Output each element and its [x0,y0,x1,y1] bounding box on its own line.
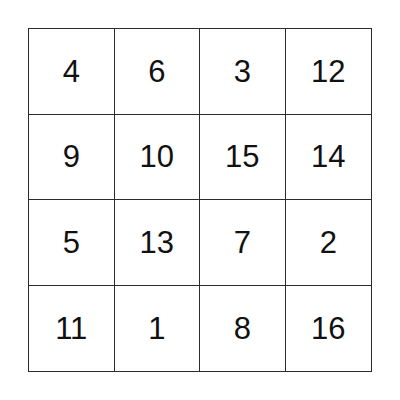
grid-cell-r4c2[interactable]: 1 [115,286,201,372]
cell-number: 12 [311,56,345,87]
cell-number: 14 [311,141,345,172]
grid-cell-r2c2[interactable]: 10 [115,115,201,201]
grid-cell-r2c4[interactable]: 14 [286,115,372,201]
cell-number: 4 [63,56,80,87]
cell-number: 10 [140,141,174,172]
cell-number: 13 [140,227,174,258]
cell-number: 2 [320,227,337,258]
grid-cell-r3c3[interactable]: 7 [200,200,286,286]
grid-cell-r4c1[interactable]: 11 [29,286,115,372]
cell-number: 1 [148,313,165,344]
cell-number: 3 [234,56,251,87]
cell-number: 16 [311,313,345,344]
grid-cell-r2c1[interactable]: 9 [29,115,115,201]
number-grid-board: 46312910151451372111816 [28,28,372,372]
grid-cell-r1c4[interactable]: 12 [286,29,372,115]
cell-number: 9 [63,141,80,172]
puzzle-page: 46312910151451372111816 [0,0,400,400]
grid-cell-r3c1[interactable]: 5 [29,200,115,286]
cell-number: 7 [234,227,251,258]
cell-number: 6 [148,56,165,87]
grid-cell-r4c3[interactable]: 8 [200,286,286,372]
grid-cell-r3c4[interactable]: 2 [286,200,372,286]
cell-number: 8 [234,313,251,344]
cell-number: 11 [55,313,87,344]
cell-number: 5 [63,227,80,258]
grid-cell-r1c2[interactable]: 6 [115,29,201,115]
grid-cell-r3c2[interactable]: 13 [115,200,201,286]
cell-number: 15 [225,141,259,172]
grid-cell-r2c3[interactable]: 15 [200,115,286,201]
grid-cell-r1c1[interactable]: 4 [29,29,115,115]
grid-cell-r1c3[interactable]: 3 [200,29,286,115]
grid-cell-r4c4[interactable]: 16 [286,286,372,372]
